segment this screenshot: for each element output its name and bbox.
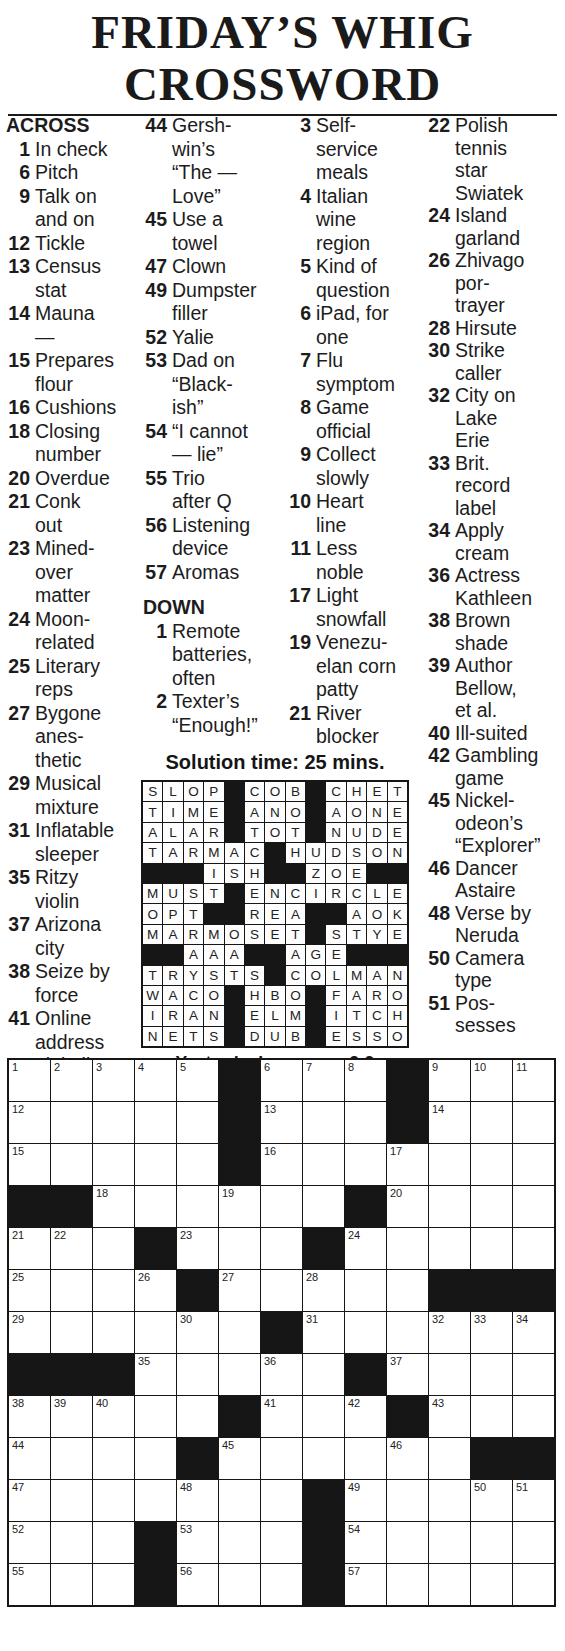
main-cell-r5c5[interactable]: 23 bbox=[177, 1228, 218, 1269]
main-cell-r12c5[interactable]: 53 bbox=[177, 1522, 218, 1563]
clue-9: 9Talk on and on bbox=[4, 185, 137, 232]
solution-cell-r7c7: E bbox=[265, 904, 284, 923]
main-cell-r4c4[interactable] bbox=[135, 1186, 176, 1227]
cell-number: 27 bbox=[222, 1271, 234, 1284]
main-cell-r7c8[interactable]: 31 bbox=[303, 1312, 344, 1353]
main-cell-r11c2[interactable] bbox=[51, 1480, 92, 1521]
main-cell-r1c13[interactable]: 11 bbox=[513, 1060, 554, 1101]
main-cell-r5c1[interactable]: 21 bbox=[9, 1228, 50, 1269]
main-cell-r3c8[interactable] bbox=[303, 1144, 344, 1185]
main-cell-r12c1[interactable]: 52 bbox=[9, 1522, 50, 1563]
cell-number: 5 bbox=[180, 1061, 186, 1074]
main-cell-r3c13[interactable] bbox=[513, 1144, 554, 1185]
solution-time-label: Solution time: 25 mins. bbox=[139, 750, 411, 774]
solution-cell-r3c3: A bbox=[184, 823, 203, 842]
solution-cell-r8c7: E bbox=[265, 925, 284, 944]
clue-number: 51 bbox=[424, 992, 455, 1015]
clue-text: Moon- related bbox=[35, 608, 95, 655]
main-cell-r11c6[interactable] bbox=[219, 1480, 260, 1521]
main-cell-r11c3[interactable] bbox=[93, 1480, 134, 1521]
main-cell-r1c6 bbox=[219, 1060, 260, 1101]
solution-cell-r4c12: O bbox=[367, 843, 386, 862]
title-line-2: CROSSWORD bbox=[0, 58, 565, 110]
solution-cell-r8c9 bbox=[306, 925, 325, 944]
cell-number: 53 bbox=[180, 1523, 192, 1536]
solution-cell-r12c7: L bbox=[265, 1006, 284, 1025]
clue-number: 1 bbox=[141, 620, 172, 644]
main-cell-r10c6[interactable]: 45 bbox=[219, 1438, 260, 1479]
main-cell-r11c12[interactable]: 50 bbox=[471, 1480, 512, 1521]
clue-text: Listening device bbox=[172, 514, 250, 561]
solution-cell-r8c11: T bbox=[347, 925, 366, 944]
clue-54: 54“I cannot — lie” bbox=[141, 420, 276, 467]
main-cell-r7c2[interactable] bbox=[51, 1312, 92, 1353]
main-cell-r4c12[interactable] bbox=[471, 1186, 512, 1227]
main-cell-r11c7[interactable] bbox=[261, 1480, 302, 1521]
main-cell-r9c4[interactable] bbox=[135, 1396, 176, 1437]
main-cell-r11c11[interactable] bbox=[429, 1480, 470, 1521]
solution-cell-r9c13 bbox=[388, 945, 407, 964]
clue-number: 49 bbox=[141, 279, 172, 303]
solution-cell-r6c12: L bbox=[367, 884, 386, 903]
solution-cell-r13c3: T bbox=[184, 1027, 203, 1046]
main-cell-r9c11[interactable]: 43 bbox=[429, 1396, 470, 1437]
main-cell-r5c3[interactable] bbox=[93, 1228, 134, 1269]
solution-cell-r4c2: A bbox=[163, 843, 182, 862]
main-cell-r8c5[interactable] bbox=[177, 1354, 218, 1395]
solution-cell-r5c1 bbox=[143, 864, 162, 883]
solution-cell-r4c3: R bbox=[184, 843, 203, 862]
main-cell-r2c5[interactable] bbox=[177, 1102, 218, 1143]
cell-number: 4 bbox=[138, 1061, 144, 1074]
main-cell-r7c4[interactable] bbox=[135, 1312, 176, 1353]
clue-number: 36 bbox=[424, 564, 455, 587]
solution-cell-r12c11: T bbox=[347, 1006, 366, 1025]
clue-6: 6iPad, for one bbox=[285, 302, 421, 349]
solution-cell-r9c9: G bbox=[306, 945, 325, 964]
main-cell-r13c1[interactable]: 55 bbox=[9, 1564, 50, 1605]
clue-text: Overdue bbox=[35, 467, 110, 491]
main-cell-r2c3[interactable] bbox=[93, 1102, 134, 1143]
main-cell-r2c8[interactable] bbox=[303, 1102, 344, 1143]
main-cell-r9c10 bbox=[387, 1396, 428, 1437]
clue-text: Hirsute bbox=[455, 317, 517, 340]
solution-cell-r4c13: N bbox=[388, 843, 407, 862]
main-cell-r4c2 bbox=[51, 1186, 92, 1227]
solution-cell-r3c2: L bbox=[163, 823, 182, 842]
solution-cell-r1c7: O bbox=[265, 782, 284, 801]
main-cell-r6c1[interactable]: 25 bbox=[9, 1270, 50, 1311]
main-cell-r2c10 bbox=[387, 1102, 428, 1143]
clue-number: 9 bbox=[285, 443, 316, 467]
main-cell-r8c2 bbox=[51, 1354, 92, 1395]
main-cell-r12c11[interactable] bbox=[429, 1522, 470, 1563]
solution-cell-r3c12: D bbox=[367, 823, 386, 842]
main-cell-r4c1 bbox=[9, 1186, 50, 1227]
main-cell-r1c5[interactable]: 5 bbox=[177, 1060, 218, 1101]
main-cell-r1c4[interactable]: 4 bbox=[135, 1060, 176, 1101]
cell-number: 6 bbox=[264, 1061, 270, 1074]
main-cell-r8c4[interactable]: 35 bbox=[135, 1354, 176, 1395]
solution-cell-r8c3: R bbox=[184, 925, 203, 944]
clue-number: 5 bbox=[285, 255, 316, 279]
solution-cell-r6c5 bbox=[225, 884, 244, 903]
main-cell-r12c2[interactable] bbox=[51, 1522, 92, 1563]
main-cell-r1c12[interactable]: 10 bbox=[471, 1060, 512, 1101]
solution-cell-r3c9 bbox=[306, 823, 325, 842]
main-cell-r10c8[interactable] bbox=[303, 1438, 344, 1479]
clue-27: 27Bygone anes- thetic bbox=[4, 702, 137, 773]
cell-number: 13 bbox=[264, 1103, 276, 1116]
main-cell-r2c13[interactable] bbox=[513, 1102, 554, 1143]
main-cell-r3c5[interactable] bbox=[177, 1144, 218, 1185]
main-cell-r12c13[interactable] bbox=[513, 1522, 554, 1563]
solution-cell-r2c9 bbox=[306, 802, 325, 821]
clue-text: Talk on and on bbox=[35, 185, 97, 232]
main-cell-r2c11[interactable]: 14 bbox=[429, 1102, 470, 1143]
solution-cell-r11c12: R bbox=[367, 986, 386, 1005]
solution-cell-r13c10: E bbox=[326, 1027, 345, 1046]
main-cell-r9c1[interactable]: 38 bbox=[9, 1396, 50, 1437]
main-cell-r4c5[interactable] bbox=[177, 1186, 218, 1227]
main-cell-r7c9[interactable] bbox=[345, 1312, 386, 1353]
main-cell-r4c11[interactable] bbox=[429, 1186, 470, 1227]
clue-16: 16Cushions bbox=[4, 396, 137, 420]
main-cell-r9c8[interactable] bbox=[303, 1396, 344, 1437]
main-cell-r9c3[interactable]: 40 bbox=[93, 1396, 134, 1437]
clue-number: 38 bbox=[4, 960, 35, 984]
main-cell-r12c7[interactable] bbox=[261, 1522, 302, 1563]
solution-cell-r2c12: N bbox=[367, 802, 386, 821]
main-cell-r4c13[interactable] bbox=[513, 1186, 554, 1227]
main-cell-r7c11[interactable]: 32 bbox=[429, 1312, 470, 1353]
main-cell-r6c10[interactable] bbox=[387, 1270, 428, 1311]
main-cell-r6c3[interactable] bbox=[93, 1270, 134, 1311]
main-cell-r9c12[interactable] bbox=[471, 1396, 512, 1437]
main-cell-r12c10[interactable] bbox=[387, 1522, 428, 1563]
main-cell-r1c8[interactable]: 7 bbox=[303, 1060, 344, 1101]
solution-cell-r7c4 bbox=[204, 904, 223, 923]
solution-cell-r12c6: E bbox=[245, 1006, 264, 1025]
solution-cell-r1c2: L bbox=[163, 782, 182, 801]
main-cell-r10c10[interactable]: 46 bbox=[387, 1438, 428, 1479]
clue-52: 52Yalie bbox=[141, 326, 276, 350]
main-cell-r8c7[interactable]: 36 bbox=[261, 1354, 302, 1395]
cell-number: 45 bbox=[222, 1439, 234, 1452]
solution-cell-r12c8: M bbox=[286, 1006, 305, 1025]
main-cell-r13c12[interactable] bbox=[471, 1564, 512, 1605]
solution-cell-r6c7: N bbox=[265, 884, 284, 903]
main-cell-r13c6[interactable] bbox=[219, 1564, 260, 1605]
clue-6: 6Pitch bbox=[4, 161, 137, 185]
main-cell-r13c3[interactable] bbox=[93, 1564, 134, 1605]
clue-46: 46Dancer Astaire bbox=[424, 857, 564, 902]
solution-cell-r13c11: S bbox=[347, 1027, 366, 1046]
solution-cell-r13c4: S bbox=[204, 1027, 223, 1046]
clue-number: 6 bbox=[4, 161, 35, 185]
clue-37: 37Arizona city bbox=[4, 913, 137, 960]
page-title: FRIDAY’S WHIG CROSSWORD bbox=[0, 0, 565, 110]
solution-cell-r8c12: Y bbox=[367, 925, 386, 944]
main-cell-r13c11[interactable] bbox=[429, 1564, 470, 1605]
main-cell-r2c4[interactable] bbox=[135, 1102, 176, 1143]
clue-number: 29 bbox=[4, 772, 35, 796]
main-cell-r11c13[interactable]: 51 bbox=[513, 1480, 554, 1521]
cell-number: 46 bbox=[390, 1439, 402, 1452]
main-cell-r11c9[interactable]: 49 bbox=[345, 1480, 386, 1521]
cell-number: 55 bbox=[12, 1565, 24, 1578]
main-cell-r10c3[interactable] bbox=[93, 1438, 134, 1479]
main-cell-r1c7[interactable]: 6 bbox=[261, 1060, 302, 1101]
clue-text: Game official bbox=[316, 396, 371, 443]
solution-cell-r12c2: R bbox=[163, 1006, 182, 1025]
main-cell-r7c3[interactable] bbox=[93, 1312, 134, 1353]
main-cell-r2c1[interactable]: 12 bbox=[9, 1102, 50, 1143]
main-cell-r9c9[interactable]: 42 bbox=[345, 1396, 386, 1437]
clue-55: 55Trio after Q bbox=[141, 467, 276, 514]
clue-28: 28Hirsute bbox=[424, 317, 564, 340]
main-cell-r5c12[interactable] bbox=[471, 1228, 512, 1269]
solution-cell-r5c6: H bbox=[245, 864, 264, 883]
cell-number: 1 bbox=[12, 1061, 18, 1074]
solution-cell-r9c10: E bbox=[326, 945, 345, 964]
main-cell-r3c7[interactable]: 16 bbox=[261, 1144, 302, 1185]
main-cell-r3c11[interactable] bbox=[429, 1144, 470, 1185]
clue-number: 9 bbox=[4, 185, 35, 209]
clue-47: 47Clown bbox=[141, 255, 276, 279]
main-cell-r5c6[interactable] bbox=[219, 1228, 260, 1269]
main-grid: 1234567891011121314151617181920212223242… bbox=[7, 1058, 556, 1607]
main-cell-r1c10 bbox=[387, 1060, 428, 1101]
main-cell-r8c8[interactable] bbox=[303, 1354, 344, 1395]
main-cell-r3c3[interactable] bbox=[93, 1144, 134, 1185]
solution-cell-r9c4: A bbox=[204, 945, 223, 964]
main-cell-r1c3[interactable]: 3 bbox=[93, 1060, 134, 1101]
main-cell-r5c9[interactable]: 24 bbox=[345, 1228, 386, 1269]
main-cell-r10c7[interactable] bbox=[261, 1438, 302, 1479]
clue-text: Author Bellow, et al. bbox=[455, 654, 517, 722]
main-cell-r7c13[interactable]: 34 bbox=[513, 1312, 554, 1353]
main-cell-r5c13[interactable] bbox=[513, 1228, 554, 1269]
clue-text: Verse by Neruda bbox=[455, 902, 531, 947]
solution-cell-r13c12: S bbox=[367, 1027, 386, 1046]
main-cell-r3c10[interactable]: 17 bbox=[387, 1144, 428, 1185]
main-cell-r3c2[interactable] bbox=[51, 1144, 92, 1185]
main-cell-r5c7[interactable] bbox=[261, 1228, 302, 1269]
main-cell-r6c2[interactable] bbox=[51, 1270, 92, 1311]
main-cell-r12c3[interactable] bbox=[93, 1522, 134, 1563]
main-cell-r4c6[interactable]: 19 bbox=[219, 1186, 260, 1227]
clue-number: 57 bbox=[141, 561, 172, 585]
main-cell-r10c9[interactable] bbox=[345, 1438, 386, 1479]
main-cell-r11c1[interactable]: 47 bbox=[9, 1480, 50, 1521]
main-cell-r10c12 bbox=[471, 1438, 512, 1479]
main-cell-r1c11[interactable]: 9 bbox=[429, 1060, 470, 1101]
main-cell-r7c6[interactable] bbox=[219, 1312, 260, 1353]
main-cell-r1c9[interactable]: 8 bbox=[345, 1060, 386, 1101]
solution-cell-r6c10: R bbox=[326, 884, 345, 903]
clue-2: 2Texter’s “Enough!” bbox=[141, 690, 276, 737]
clue-number: 35 bbox=[4, 866, 35, 890]
solution-cell-r7c10 bbox=[326, 904, 345, 923]
main-cell-r8c12[interactable] bbox=[471, 1354, 512, 1395]
main-cell-r12c9[interactable]: 54 bbox=[345, 1522, 386, 1563]
clue-number: 45 bbox=[424, 789, 455, 812]
main-cell-r12c12[interactable] bbox=[471, 1522, 512, 1563]
main-cell-r6c7[interactable] bbox=[261, 1270, 302, 1311]
clue-text: Tickle bbox=[35, 232, 85, 256]
main-cell-r10c11[interactable] bbox=[429, 1438, 470, 1479]
main-cell-r2c2[interactable] bbox=[51, 1102, 92, 1143]
clue-text: River blocker bbox=[316, 702, 379, 749]
main-cell-r11c4[interactable] bbox=[135, 1480, 176, 1521]
clue-number: 23 bbox=[4, 537, 35, 561]
clue-31: 31Inflatable sleeper bbox=[4, 819, 137, 866]
clue-11: 11Less noble bbox=[285, 537, 421, 584]
main-cell-r10c4[interactable] bbox=[135, 1438, 176, 1479]
crossword-page: FRIDAY’S WHIG CROSSWORD ACROSS1In check6… bbox=[0, 0, 565, 1651]
solution-cell-r3c8: T bbox=[286, 823, 305, 842]
main-cell-r1c1[interactable]: 1 bbox=[9, 1060, 50, 1101]
main-cell-r11c5[interactable]: 48 bbox=[177, 1480, 218, 1521]
solution-cell-r6c2: U bbox=[163, 884, 182, 903]
main-cell-r3c1[interactable]: 15 bbox=[9, 1144, 50, 1185]
clue-text: iPad, for one bbox=[316, 302, 389, 349]
main-cell-r13c10[interactable] bbox=[387, 1564, 428, 1605]
main-cell-r2c9[interactable] bbox=[345, 1102, 386, 1143]
main-cell-r13c4 bbox=[135, 1564, 176, 1605]
clue-number: 20 bbox=[4, 467, 35, 491]
cell-number: 8 bbox=[348, 1061, 354, 1074]
solution-cell-r13c2: E bbox=[163, 1027, 182, 1046]
main-cell-r8c13[interactable] bbox=[513, 1354, 554, 1395]
main-cell-r2c12[interactable] bbox=[471, 1102, 512, 1143]
main-cell-r4c7[interactable] bbox=[261, 1186, 302, 1227]
main-cell-r8c11[interactable] bbox=[429, 1354, 470, 1395]
cell-number: 10 bbox=[474, 1061, 486, 1074]
clue-text: Nickel- odeon’s “Explorer” bbox=[455, 789, 541, 857]
main-cell-r7c10[interactable] bbox=[387, 1312, 428, 1353]
cell-number: 29 bbox=[12, 1313, 24, 1326]
main-cell-r4c3[interactable]: 18 bbox=[93, 1186, 134, 1227]
main-cell-r6c9[interactable] bbox=[345, 1270, 386, 1311]
solution-cell-r10c11: M bbox=[347, 966, 366, 985]
solution-cell-r9c11 bbox=[347, 945, 366, 964]
main-cell-r4c10[interactable]: 20 bbox=[387, 1186, 428, 1227]
solution-cell-r1c4: P bbox=[204, 782, 223, 801]
clue-14: 14Mauna — bbox=[4, 302, 137, 349]
main-cell-r1c2[interactable]: 2 bbox=[51, 1060, 92, 1101]
solution-cell-r6c3: S bbox=[184, 884, 203, 903]
clue-number: 33 bbox=[424, 452, 455, 475]
solution-cell-r1c13: T bbox=[388, 782, 407, 801]
main-cell-r3c12[interactable] bbox=[471, 1144, 512, 1185]
solution-cell-r5c4: I bbox=[204, 864, 223, 883]
main-cell-r13c2[interactable] bbox=[51, 1564, 92, 1605]
main-cell-r6c6[interactable]: 27 bbox=[219, 1270, 260, 1311]
main-cell-r9c5[interactable] bbox=[177, 1396, 218, 1437]
main-cell-r13c7[interactable] bbox=[261, 1564, 302, 1605]
clue-number: 42 bbox=[424, 744, 455, 767]
main-cell-r8c10[interactable]: 37 bbox=[387, 1354, 428, 1395]
solution-cell-r12c9 bbox=[306, 1006, 325, 1025]
solution-cell-r10c3: Y bbox=[184, 966, 203, 985]
main-cell-r6c5 bbox=[177, 1270, 218, 1311]
cell-number: 42 bbox=[348, 1397, 360, 1410]
clue-number: 4 bbox=[285, 185, 316, 209]
solution-cell-r13c1: N bbox=[143, 1027, 162, 1046]
cell-number: 22 bbox=[54, 1229, 66, 1242]
clue-8: 8Game official bbox=[285, 396, 421, 443]
main-cell-r5c10[interactable] bbox=[387, 1228, 428, 1269]
main-cell-r2c7[interactable]: 13 bbox=[261, 1102, 302, 1143]
cell-number: 51 bbox=[516, 1481, 528, 1494]
clue-3: 3Self- service meals bbox=[285, 114, 421, 185]
cell-number: 47 bbox=[12, 1481, 24, 1494]
main-cell-r13c9[interactable]: 57 bbox=[345, 1564, 386, 1605]
main-cell-r7c1[interactable]: 29 bbox=[9, 1312, 50, 1353]
solution-cell-r6c11: C bbox=[347, 884, 366, 903]
main-cell-r10c13 bbox=[513, 1438, 554, 1479]
clue-42: 42Gambling game bbox=[424, 744, 564, 789]
main-cell-r4c8[interactable] bbox=[303, 1186, 344, 1227]
main-cell-r9c7[interactable]: 41 bbox=[261, 1396, 302, 1437]
solution-cell-r7c6: R bbox=[245, 904, 264, 923]
solution-cell-r1c12: E bbox=[367, 782, 386, 801]
main-cell-r6c8[interactable]: 28 bbox=[303, 1270, 344, 1311]
main-cell-r10c1[interactable]: 44 bbox=[9, 1438, 50, 1479]
clue-text: Island garland bbox=[455, 204, 520, 249]
cell-number: 16 bbox=[264, 1145, 276, 1158]
clue-text: Dad on “Black- ish” bbox=[172, 349, 235, 420]
solution-cell-r4c1: T bbox=[143, 843, 162, 862]
clue-number: 24 bbox=[4, 608, 35, 632]
main-cell-r7c12[interactable]: 33 bbox=[471, 1312, 512, 1353]
cell-number: 2 bbox=[54, 1061, 60, 1074]
solution-cell-r1c5 bbox=[225, 782, 244, 801]
main-cell-r5c11[interactable] bbox=[429, 1228, 470, 1269]
main-cell-r8c6[interactable] bbox=[219, 1354, 260, 1395]
main-cell-r6c4[interactable]: 26 bbox=[135, 1270, 176, 1311]
solution-cell-r8c4: M bbox=[204, 925, 223, 944]
solution-cell-r13c5 bbox=[225, 1027, 244, 1046]
clue-text: Literary reps bbox=[35, 655, 100, 702]
solution-cell-r1c6: C bbox=[245, 782, 264, 801]
solution-cell-r5c5: S bbox=[225, 864, 244, 883]
solution-cell-r9c2 bbox=[163, 945, 182, 964]
main-cell-r3c4[interactable] bbox=[135, 1144, 176, 1185]
main-cell-r13c13[interactable] bbox=[513, 1564, 554, 1605]
clue-39: 39Author Bellow, et al. bbox=[424, 654, 564, 722]
main-cell-r9c13[interactable] bbox=[513, 1396, 554, 1437]
clue-34: 34Apply cream bbox=[424, 519, 564, 564]
solution-cell-r7c8: A bbox=[286, 904, 305, 923]
main-cell-r12c6[interactable] bbox=[219, 1522, 260, 1563]
solution-cell-r4c9: U bbox=[306, 843, 325, 862]
main-cell-r7c5[interactable]: 30 bbox=[177, 1312, 218, 1353]
main-cell-r3c9[interactable] bbox=[345, 1144, 386, 1185]
main-cell-r9c2[interactable]: 39 bbox=[51, 1396, 92, 1437]
main-cell-r13c5[interactable]: 56 bbox=[177, 1564, 218, 1605]
main-cell-r11c10[interactable] bbox=[387, 1480, 428, 1521]
clue-number: 11 bbox=[285, 537, 316, 561]
solution-cell-r11c4: O bbox=[204, 986, 223, 1005]
solution-cell-r11c1: W bbox=[143, 986, 162, 1005]
main-cell-r5c2[interactable]: 22 bbox=[51, 1228, 92, 1269]
solution-cell-r2c13: E bbox=[388, 802, 407, 821]
solution-cell-r2c1: T bbox=[143, 802, 162, 821]
main-cell-r10c2[interactable] bbox=[51, 1438, 92, 1479]
